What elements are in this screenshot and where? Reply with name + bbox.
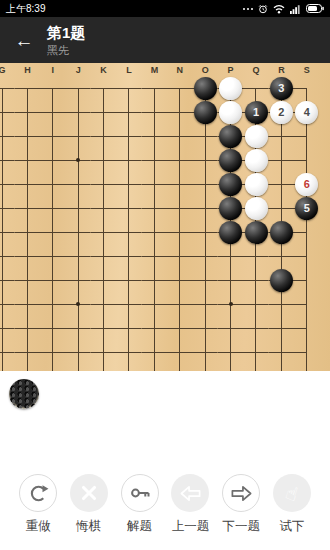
board-intersection[interactable] xyxy=(40,196,65,220)
board-intersection[interactable] xyxy=(91,148,116,172)
board-intersection[interactable] xyxy=(218,244,243,268)
board-intersection[interactable] xyxy=(243,292,268,316)
board-intersection[interactable] xyxy=(40,100,65,124)
status-icons xyxy=(243,4,324,14)
board-intersection[interactable] xyxy=(218,316,243,340)
board-intersection[interactable] xyxy=(167,148,192,172)
board-intersection[interactable] xyxy=(116,292,141,316)
white-stone-S18: 4 xyxy=(295,101,318,124)
move-number: 3 xyxy=(270,77,293,100)
board-intersection[interactable] xyxy=(65,196,90,220)
board-intersection[interactable] xyxy=(0,340,15,364)
prev-button[interactable]: 上一题 xyxy=(168,474,212,535)
board-intersection[interactable] xyxy=(91,172,116,196)
board-intersection[interactable] xyxy=(142,196,167,220)
board-intersection[interactable] xyxy=(40,268,65,292)
board-intersection[interactable] xyxy=(294,316,319,340)
board-intersection[interactable] xyxy=(269,292,294,316)
board-intersection[interactable] xyxy=(91,244,116,268)
board-intersection[interactable] xyxy=(218,268,243,292)
board-intersection[interactable] xyxy=(116,196,141,220)
board-intersection[interactable] xyxy=(15,172,40,196)
board-intersection[interactable] xyxy=(15,340,40,364)
board-intersection[interactable] xyxy=(0,172,15,196)
next-icon xyxy=(222,474,260,512)
white-stone-Q17 xyxy=(245,125,268,148)
white-stone-S15: 6 xyxy=(295,173,318,196)
wifi-icon xyxy=(273,4,285,14)
board-intersection[interactable] xyxy=(269,316,294,340)
board-intersection[interactable] xyxy=(65,340,90,364)
board-intersection[interactable] xyxy=(192,340,217,364)
board-intersection xyxy=(116,364,141,371)
button-label: 解题 xyxy=(127,518,152,535)
board-intersection xyxy=(0,364,15,371)
board-intersection[interactable] xyxy=(116,316,141,340)
board-intersection[interactable] xyxy=(65,220,90,244)
board-intersection[interactable] xyxy=(142,292,167,316)
hand-button[interactable]: ☝试下 xyxy=(270,474,314,535)
board-intersection[interactable] xyxy=(294,148,319,172)
column-label: O xyxy=(197,65,213,75)
board-intersection[interactable] xyxy=(294,244,319,268)
board-intersection[interactable] xyxy=(0,220,15,244)
black-stone-P15 xyxy=(219,173,242,196)
board-intersection[interactable] xyxy=(192,124,217,148)
board-intersection[interactable] xyxy=(243,340,268,364)
board-intersection[interactable] xyxy=(167,340,192,364)
back-button[interactable]: ← xyxy=(12,29,36,53)
board-intersection[interactable] xyxy=(243,316,268,340)
board-intersection[interactable] xyxy=(269,340,294,364)
board-intersection[interactable] xyxy=(65,172,90,196)
board-intersection xyxy=(15,364,40,371)
white-stone-Q16 xyxy=(245,149,268,172)
move-number: 4 xyxy=(295,101,318,124)
board-intersection[interactable] xyxy=(15,124,40,148)
board-intersection[interactable] xyxy=(167,244,192,268)
board-intersection[interactable] xyxy=(116,220,141,244)
star-point xyxy=(229,302,233,306)
board-intersection[interactable] xyxy=(40,244,65,268)
column-label: J xyxy=(70,65,86,75)
board-intersection[interactable] xyxy=(15,220,40,244)
white-stone-Q14 xyxy=(245,197,268,220)
board-intersection xyxy=(294,364,319,371)
board-intersection[interactable] xyxy=(167,196,192,220)
board-intersection[interactable] xyxy=(0,148,15,172)
black-stone-bowl-icon xyxy=(9,379,39,409)
board-intersection[interactable] xyxy=(65,76,90,100)
board-intersection[interactable] xyxy=(91,196,116,220)
board-intersection[interactable] xyxy=(167,292,192,316)
board-intersection[interactable] xyxy=(269,148,294,172)
board-intersection[interactable] xyxy=(15,292,40,316)
board-intersection[interactable] xyxy=(243,244,268,268)
board-intersection[interactable] xyxy=(142,340,167,364)
board-intersection[interactable] xyxy=(40,76,65,100)
board-intersection[interactable] xyxy=(0,100,15,124)
board-intersection[interactable] xyxy=(40,292,65,316)
board-intersection[interactable] xyxy=(243,76,268,100)
board-intersection[interactable] xyxy=(40,220,65,244)
white-stone-P19 xyxy=(219,77,242,100)
board-intersection[interactable] xyxy=(15,268,40,292)
board-intersection[interactable] xyxy=(269,124,294,148)
board-intersection[interactable] xyxy=(40,340,65,364)
button-label: 重做 xyxy=(26,518,51,535)
board-intersection[interactable] xyxy=(142,100,167,124)
board-intersection[interactable] xyxy=(192,244,217,268)
black-stone-R13 xyxy=(270,221,293,244)
board-intersection[interactable] xyxy=(218,340,243,364)
toolbar: 重做悔棋解题上一题下一题☝试下 xyxy=(0,474,330,535)
column-label: K xyxy=(96,65,112,75)
board-intersection[interactable] xyxy=(269,244,294,268)
white-stone-P18 xyxy=(219,101,242,124)
page-title: 第1题 xyxy=(47,24,85,42)
board-intersection[interactable] xyxy=(294,124,319,148)
to-play-label: 黑先 xyxy=(47,43,85,57)
prev-icon xyxy=(171,474,209,512)
board-intersection[interactable] xyxy=(192,172,217,196)
button-label: 悔棋 xyxy=(76,518,101,535)
board-intersection[interactable] xyxy=(294,76,319,100)
board-intersection[interactable] xyxy=(167,268,192,292)
board-intersection[interactable] xyxy=(192,292,217,316)
board-intersection[interactable] xyxy=(167,316,192,340)
black-stone-P13 xyxy=(219,221,242,244)
battery-icon xyxy=(306,4,324,13)
board-intersection[interactable] xyxy=(91,100,116,124)
key-icon xyxy=(121,474,159,512)
board-intersection[interactable] xyxy=(116,100,141,124)
board-intersection[interactable] xyxy=(15,244,40,268)
signal-icon xyxy=(290,4,301,14)
column-label: S xyxy=(299,65,315,75)
board-intersection[interactable] xyxy=(91,76,116,100)
board-intersection[interactable] xyxy=(243,268,268,292)
board-intersection xyxy=(167,364,192,371)
board-intersection[interactable] xyxy=(116,76,141,100)
undo-icon xyxy=(70,474,108,512)
board-intersection[interactable] xyxy=(142,76,167,100)
move-number: 6 xyxy=(295,173,318,196)
key-button[interactable]: 解题 xyxy=(118,474,162,535)
board-intersection xyxy=(142,364,167,371)
move-number: 1 xyxy=(245,101,268,124)
board-intersection[interactable] xyxy=(192,148,217,172)
board-intersection[interactable] xyxy=(91,124,116,148)
column-label: I xyxy=(45,65,61,75)
board-intersection[interactable] xyxy=(294,292,319,316)
board-intersection[interactable] xyxy=(116,340,141,364)
black-stone-R11 xyxy=(270,269,293,292)
board-intersection[interactable] xyxy=(294,220,319,244)
board-intersection[interactable] xyxy=(167,172,192,196)
column-label: Q xyxy=(248,65,264,75)
column-label: M xyxy=(146,65,162,75)
white-stone-R18: 2 xyxy=(270,101,293,124)
black-stone-O19 xyxy=(194,77,217,100)
board-intersection[interactable] xyxy=(192,220,217,244)
move-number: 5 xyxy=(295,197,318,220)
button-label: 下一题 xyxy=(222,518,260,535)
board-intersection[interactable] xyxy=(142,316,167,340)
board-intersection[interactable] xyxy=(142,172,167,196)
board-intersection[interactable] xyxy=(142,268,167,292)
board-intersection xyxy=(40,364,65,371)
board-intersection[interactable] xyxy=(116,124,141,148)
black-stone-Q18: 1 xyxy=(245,101,268,124)
board-intersection[interactable] xyxy=(142,244,167,268)
board-intersection[interactable] xyxy=(0,244,15,268)
alarm-icon xyxy=(258,4,268,14)
column-label: P xyxy=(223,65,239,75)
board-intersection[interactable] xyxy=(192,268,217,292)
black-stone-P17 xyxy=(219,125,242,148)
board-intersection[interactable] xyxy=(40,316,65,340)
board-intersection[interactable] xyxy=(192,316,217,340)
redo-icon xyxy=(19,474,57,512)
board-intersection[interactable] xyxy=(167,76,192,100)
column-label: R xyxy=(273,65,289,75)
status-bar: 上午8:39 xyxy=(0,0,330,17)
board-intersection[interactable] xyxy=(0,124,15,148)
column-label: G xyxy=(0,65,10,75)
board-intersection[interactable] xyxy=(15,316,40,340)
board-intersection[interactable] xyxy=(167,220,192,244)
board-intersection[interactable] xyxy=(91,268,116,292)
board-intersection[interactable] xyxy=(40,124,65,148)
board-intersection[interactable] xyxy=(142,124,167,148)
board-intersection[interactable] xyxy=(65,244,90,268)
board-intersection[interactable] xyxy=(142,148,167,172)
board-intersection[interactable] xyxy=(116,244,141,268)
board-intersection[interactable] xyxy=(116,148,141,172)
redo-button[interactable]: 重做 xyxy=(16,474,60,535)
board-intersection[interactable] xyxy=(15,76,40,100)
board-intersection[interactable] xyxy=(40,172,65,196)
column-label: N xyxy=(172,65,188,75)
board-intersection[interactable] xyxy=(15,100,40,124)
board-intersection[interactable] xyxy=(91,316,116,340)
board-intersection[interactable] xyxy=(91,220,116,244)
board-intersection[interactable] xyxy=(15,196,40,220)
board-intersection[interactable] xyxy=(0,196,15,220)
board-intersection[interactable] xyxy=(167,124,192,148)
black-stone-R19: 3 xyxy=(270,77,293,100)
next-button[interactable]: 下一题 xyxy=(219,474,263,535)
board-intersection[interactable] xyxy=(0,316,15,340)
board-intersection[interactable] xyxy=(269,196,294,220)
board-intersection[interactable] xyxy=(65,124,90,148)
go-board[interactable]: GHIJKLMNOPQRS 312465 xyxy=(0,63,330,371)
hand-icon: ☝ xyxy=(273,474,311,512)
title-block: 第1题 黑先 xyxy=(47,24,85,57)
header: ← 第1题 黑先 xyxy=(0,17,330,63)
board-intersection[interactable] xyxy=(65,268,90,292)
board-intersection xyxy=(243,364,268,371)
undo-button[interactable]: 悔棋 xyxy=(67,474,111,535)
board-intersection[interactable] xyxy=(0,292,15,316)
board-intersection[interactable] xyxy=(0,76,15,100)
board-intersection[interactable] xyxy=(294,268,319,292)
board-intersection[interactable] xyxy=(91,340,116,364)
more-icon xyxy=(243,8,253,10)
black-stone-O18 xyxy=(194,101,217,124)
board-intersection[interactable] xyxy=(142,220,167,244)
board-intersection[interactable] xyxy=(192,196,217,220)
board-intersection xyxy=(65,364,90,371)
white-stone-Q15 xyxy=(245,173,268,196)
status-time: 上午8:39 xyxy=(6,2,45,16)
board-intersection[interactable] xyxy=(116,268,141,292)
board-intersection[interactable] xyxy=(294,340,319,364)
board-intersection[interactable] xyxy=(167,100,192,124)
black-stone-S14: 5 xyxy=(295,197,318,220)
button-label: 上一题 xyxy=(172,518,210,535)
black-stone-P16 xyxy=(219,149,242,172)
board-intersection[interactable] xyxy=(269,172,294,196)
board-intersection[interactable] xyxy=(91,292,116,316)
board-intersection xyxy=(218,364,243,371)
board-intersection[interactable] xyxy=(65,316,90,340)
board-intersection[interactable] xyxy=(65,100,90,124)
column-label: H xyxy=(19,65,35,75)
board-intersection xyxy=(192,364,217,371)
app-screen: 上午8:39 ← 第1题 黑先 GHIJKLMNOPQRS 31 xyxy=(0,0,330,550)
board-intersection[interactable] xyxy=(0,268,15,292)
black-stone-Q13 xyxy=(245,221,268,244)
black-stone-P14 xyxy=(219,197,242,220)
column-label: L xyxy=(121,65,137,75)
button-label: 试下 xyxy=(279,518,304,535)
board-intersection[interactable] xyxy=(40,148,65,172)
board-intersection xyxy=(269,364,294,371)
move-number: 2 xyxy=(270,101,293,124)
board-intersection[interactable] xyxy=(15,148,40,172)
board-intersection[interactable] xyxy=(116,172,141,196)
board-intersection xyxy=(91,364,116,371)
